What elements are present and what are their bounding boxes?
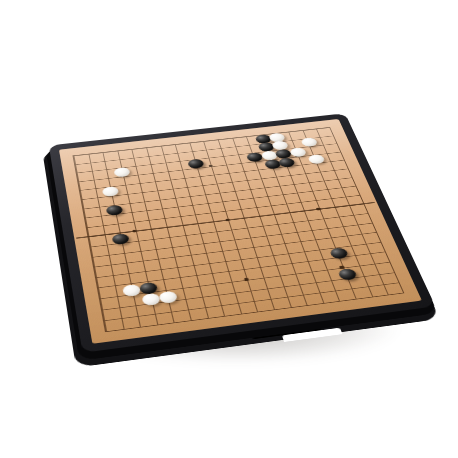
intersection[interactable] [180,314,200,327]
intersection[interactable] [86,271,104,284]
intersection[interactable] [79,231,97,243]
intersection[interactable] [329,295,350,308]
intersection[interactable] [231,308,251,321]
product-photo-stage [0,0,458,458]
intersection[interactable] [67,167,84,177]
intersection[interactable] [344,209,363,220]
intersection[interactable] [341,282,361,295]
intersection[interactable] [132,255,150,267]
intersection[interactable] [313,297,333,310]
intersection[interactable] [96,325,115,339]
intersection[interactable] [380,256,400,268]
intersection[interactable] [329,211,348,222]
white-stone[interactable] [141,292,161,305]
intersection[interactable] [82,251,100,263]
intersection[interactable] [378,289,399,302]
intersection[interactable] [385,266,405,278]
intersection[interactable] [373,278,394,291]
intersection[interactable] [283,216,302,227]
intersection[interactable] [90,292,109,305]
white-stone[interactable] [122,284,141,297]
intersection[interactable] [120,197,137,208]
intersection[interactable] [164,317,184,331]
intersection[interactable] [394,287,415,300]
black-stone[interactable] [187,159,205,169]
star-point [316,207,322,210]
intersection[interactable] [75,212,92,223]
board-surface [59,119,422,344]
intersection[interactable] [216,205,234,216]
intersection[interactable] [214,310,234,323]
star-point [208,164,213,167]
intersection[interactable] [363,217,382,228]
intersection[interactable] [103,190,120,201]
intersection[interactable] [247,306,267,319]
go-board [49,113,436,353]
intersection[interactable] [72,194,89,205]
intersection[interactable] [306,194,325,205]
intersection[interactable] [170,210,188,221]
black-stone[interactable] [329,247,349,259]
white-stone[interactable] [158,290,178,303]
star-point [120,174,125,177]
black-stone[interactable] [112,233,130,245]
intersection[interactable] [280,301,300,314]
white-stone[interactable] [102,186,120,197]
star-point [295,155,300,158]
intersection[interactable] [106,208,123,219]
